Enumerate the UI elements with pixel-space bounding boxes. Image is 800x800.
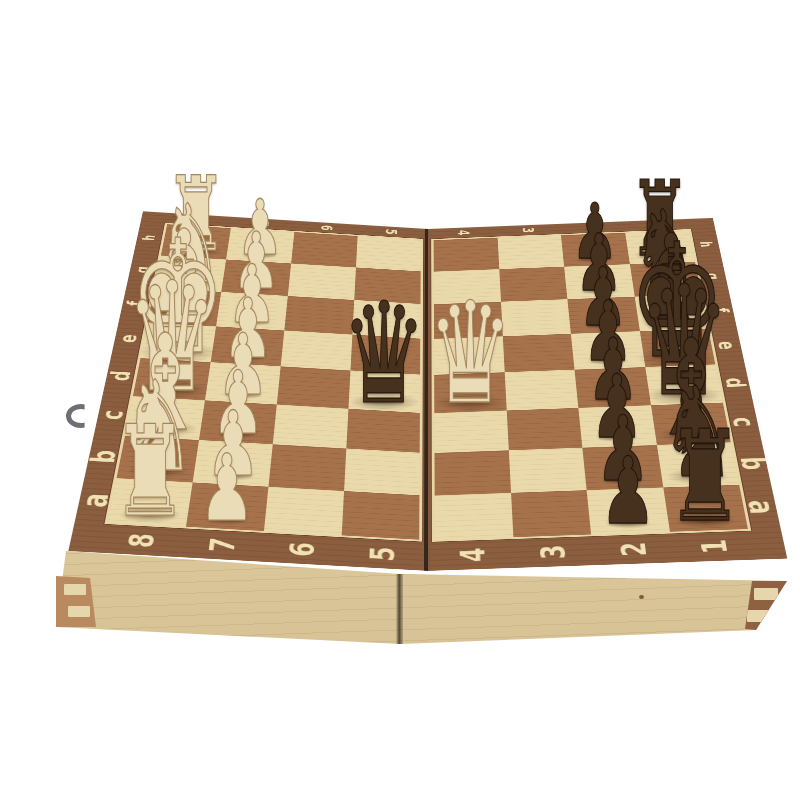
wood-knot xyxy=(639,595,644,599)
square-c6[interactable] xyxy=(273,404,349,448)
square-b5[interactable] xyxy=(344,448,420,495)
square-a3[interactable] xyxy=(511,490,592,537)
piece-white-queen-d4[interactable]: ♛ xyxy=(427,284,513,425)
rank-label-5: 5 xyxy=(342,537,423,570)
square-b3[interactable] xyxy=(508,448,586,493)
square-h6[interactable] xyxy=(291,232,358,267)
square-h4[interactable] xyxy=(434,238,499,272)
piece-black-queen-d5[interactable]: ♛ xyxy=(342,284,427,424)
rank-label-4: 4 xyxy=(432,539,513,571)
piece-black-rook-a1[interactable]: ♜ xyxy=(667,414,744,540)
piece-white-rook-a8[interactable]: ♜ xyxy=(112,409,189,535)
square-e3[interactable] xyxy=(502,334,574,373)
pieces-layer: ♜♟♟♜♞♟♟♞♝♟♟♝♚♟♟♚♛♟♛♛♟♛♝♟♟♝♞♟♟♞♜♟♟♜ xyxy=(0,0,800,800)
square-b6[interactable] xyxy=(268,444,346,490)
square-d3[interactable] xyxy=(504,370,578,411)
dovetail-finger xyxy=(747,610,769,622)
dovetail-finger xyxy=(68,606,90,617)
box-fold-seam xyxy=(396,574,403,644)
square-h5[interactable] xyxy=(356,236,421,271)
chess-set-photo: 87658765hgfedcba 43214321hgfedcba ♜♟♟♜♞♟… xyxy=(0,0,800,800)
dovetail-finger xyxy=(754,588,778,600)
square-c3[interactable] xyxy=(506,408,582,451)
rank-label-6: 6 xyxy=(261,533,343,566)
square-d6[interactable] xyxy=(277,366,351,408)
rank-label-3: 3 xyxy=(512,536,595,568)
square-a6[interactable] xyxy=(264,486,344,535)
piece-white-pawn-a7[interactable]: ♟ xyxy=(199,442,255,534)
square-b4[interactable] xyxy=(434,450,510,495)
square-a5[interactable] xyxy=(342,491,420,540)
dovetail-joint-left xyxy=(56,576,96,627)
dovetail-finger xyxy=(64,584,86,595)
piece-black-pawn-a2[interactable]: ♟ xyxy=(600,445,657,538)
dovetail-joint-right xyxy=(745,581,787,630)
square-a4[interactable] xyxy=(435,493,513,540)
metal-clasp xyxy=(66,404,96,428)
square-h3[interactable] xyxy=(497,235,564,269)
